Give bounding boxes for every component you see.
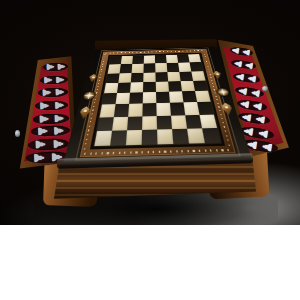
board-square: [113, 104, 128, 117]
board-square: [156, 103, 171, 116]
board-square: [119, 64, 132, 73]
stored-chess-piece: ♟: [56, 62, 66, 71]
board-square: [155, 72, 168, 82]
board-square: [125, 130, 141, 146]
drawer-latch-icon: [15, 130, 20, 137]
drawer-hinge-icon: [262, 86, 268, 91]
stored-chess-piece: ♟: [36, 126, 48, 137]
board-square: [199, 114, 217, 128]
board-square: [118, 73, 131, 83]
board-square: [189, 62, 203, 71]
stored-chess-piece: ♟: [247, 74, 258, 84]
board-square: [191, 71, 205, 81]
chess-table-photo: ♟♟♟♟♟♟♟♟♟♟♟♟♟♟♟♟ ♟♟♟♟♟♟♟♟♟♟♟♟♟♟♟♟: [0, 0, 300, 225]
stored-chess-piece: ♟: [241, 47, 251, 56]
board-square: [197, 102, 214, 115]
left-drawer-slot: ♟♟: [40, 75, 68, 84]
stored-chess-piece: ♟: [244, 61, 255, 71]
board-square: [143, 82, 156, 93]
stored-chess-piece: ♟: [243, 125, 256, 137]
stored-chess-piece: ♟: [53, 113, 65, 124]
board-square: [130, 82, 143, 93]
board-square: [141, 116, 156, 130]
left-drawer-slot: ♟♟: [28, 138, 70, 150]
chessboard-grid: [94, 54, 220, 146]
board-square: [156, 129, 172, 145]
stored-chess-piece: ♟: [53, 100, 64, 110]
stored-chess-piece: ♟: [45, 63, 55, 72]
left-drawer-slot: ♟♟: [31, 126, 70, 137]
stored-chess-piece: ♟: [235, 72, 246, 82]
stored-chess-piece: ♟: [241, 112, 254, 124]
stored-chess-piece: ♟: [39, 101, 50, 111]
stored-chess-piece: ♟: [37, 113, 49, 124]
board-square: [109, 130, 126, 146]
stored-chess-piece: ♟: [52, 125, 64, 136]
board-square: [156, 92, 170, 104]
board-square: [193, 80, 208, 91]
board-square: [156, 115, 171, 129]
stored-chess-piece: ♟: [41, 88, 52, 98]
board-square: [155, 63, 167, 72]
board-square: [142, 92, 156, 104]
stored-chess-piece: ♟: [233, 59, 244, 69]
board-square: [129, 92, 143, 104]
board-square: [130, 73, 143, 83]
stored-chess-piece: ♟: [258, 128, 271, 140]
left-drawer-slot: ♟♟: [42, 63, 67, 71]
board-square: [128, 104, 143, 117]
board-square: [143, 63, 155, 72]
board-square: [112, 116, 128, 130]
stored-chess-piece: ♟: [255, 114, 268, 126]
stored-chess-piece: ♟: [237, 85, 249, 96]
board-square: [155, 81, 168, 92]
board-square: [131, 64, 143, 73]
stored-chess-piece: ♟: [250, 87, 262, 98]
board-square: [117, 82, 131, 93]
stored-chess-piece: ♟: [261, 141, 275, 154]
stored-chess-piece: ♟: [34, 139, 47, 151]
stored-chess-piece: ♟: [239, 99, 251, 110]
left-drawer-slot: ♟♟: [33, 113, 69, 124]
board-square: [115, 93, 130, 105]
stored-chess-piece: ♟: [43, 75, 53, 84]
stored-chess-piece: ♟: [51, 138, 64, 150]
left-drawer-slot: ♟♟: [35, 100, 68, 110]
board-square: [141, 129, 157, 145]
board-square: [142, 103, 156, 116]
board-square: [194, 91, 210, 103]
stored-chess-piece: ♟: [231, 45, 241, 54]
stored-chess-piece: ♟: [32, 151, 45, 163]
stored-chess-piece: ♟: [252, 101, 264, 112]
left-drawer-slot: ♟♟: [38, 88, 69, 98]
stored-chess-piece: ♟: [54, 88, 65, 98]
board-square: [126, 116, 141, 130]
stored-chess-piece: ♟: [55, 75, 65, 84]
board-square: [143, 72, 155, 82]
